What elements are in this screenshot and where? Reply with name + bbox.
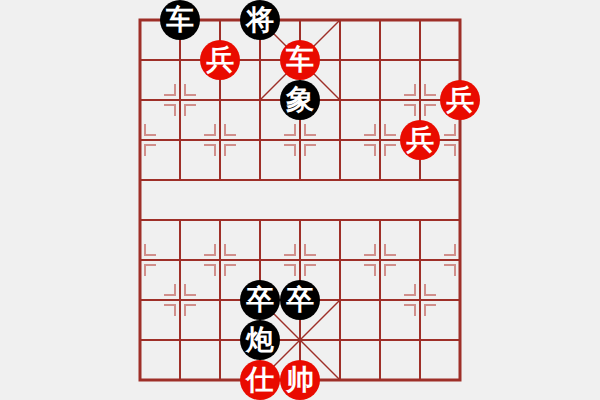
piece-red-soldier[interactable]: 兵 xyxy=(400,120,440,160)
xiangqi-board: 车将兵车象兵兵卒卒炮仕帅 xyxy=(0,0,600,400)
piece-red-chariot[interactable]: 车 xyxy=(280,40,320,80)
piece-black-soldier[interactable]: 卒 xyxy=(240,280,280,320)
piece-black-general[interactable]: 将 xyxy=(240,0,280,40)
piece-black-soldier[interactable]: 卒 xyxy=(280,280,320,320)
pieces-layer: 车将兵车象兵兵卒卒炮仕帅 xyxy=(0,0,600,400)
piece-red-soldier[interactable]: 兵 xyxy=(440,80,480,120)
piece-red-general[interactable]: 帅 xyxy=(280,360,320,400)
piece-black-elephant[interactable]: 象 xyxy=(280,80,320,120)
piece-black-chariot[interactable]: 车 xyxy=(160,0,200,40)
piece-red-soldier[interactable]: 兵 xyxy=(200,40,240,80)
piece-red-advisor[interactable]: 仕 xyxy=(240,360,280,400)
piece-black-cannon[interactable]: 炮 xyxy=(240,320,280,360)
